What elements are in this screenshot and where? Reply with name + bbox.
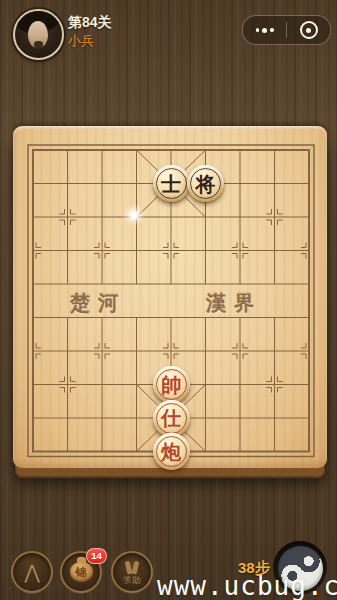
- help-label: 求助: [123, 576, 142, 585]
- wechat-capsule: [242, 15, 331, 45]
- app-screen: 第84关 小兵 楚河 漢界 ✦ 士将帥仕炮 ⋀ 锦 14 求助 38步 www.…: [0, 0, 337, 600]
- level-label: 第84关: [68, 14, 112, 32]
- more-button[interactable]: [243, 16, 286, 44]
- piece-red-帥[interactable]: 帥: [153, 366, 190, 403]
- player-rank-label: 小兵: [68, 32, 94, 50]
- bag-count-badge: 14: [86, 548, 107, 564]
- bag-char: 锦: [76, 565, 87, 580]
- close-circle-icon: [300, 21, 318, 39]
- treasure-bag-icon: 锦: [70, 562, 93, 582]
- piece-black-士[interactable]: 士: [153, 165, 190, 202]
- more-dots-icon: [256, 28, 274, 33]
- avatar[interactable]: [13, 9, 64, 60]
- piece-black-将[interactable]: 将: [187, 165, 224, 202]
- watermark: www.ucbug.cc: [157, 571, 337, 600]
- piece-red-仕[interactable]: 仕: [153, 400, 190, 437]
- avatar-beard: [34, 41, 43, 49]
- ask-help-button[interactable]: 求助: [111, 551, 153, 593]
- treasure-bag-button[interactable]: 锦 14: [60, 551, 102, 593]
- piece-red-炮[interactable]: 炮: [153, 433, 190, 470]
- xiangqi-board[interactable]: 楚河 漢界 ✦ 士将帥仕炮: [13, 126, 327, 468]
- praying-hands-icon: [123, 561, 141, 575]
- collapse-menu-button[interactable]: ⋀: [11, 551, 53, 593]
- collapse-chevron-icon: ⋀: [24, 563, 40, 582]
- pieces-layer: 士将帥仕炮: [16, 133, 327, 468]
- close-button[interactable]: [287, 16, 330, 44]
